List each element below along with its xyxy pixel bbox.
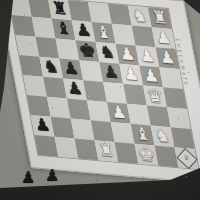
- captured-black-pawn: ♟: [21, 168, 35, 187]
- black-pawn: ♟: [65, 78, 84, 99]
- black-bishop: ♝: [54, 18, 73, 39]
- chess-board: ♜♞♜♝♟♝♟♚♞♟♟♟♞♟♟♟♟♟♛♟♟♝♞♜♚♕ CHECKMATE: [0, 0, 200, 185]
- square-h7[interactable]: ♟: [152, 27, 176, 49]
- black-knight: ♞: [98, 41, 117, 62]
- white-queen: ♛: [144, 85, 165, 107]
- black-king: ♚: [77, 39, 98, 61]
- square-h1[interactable]: ♕: [175, 147, 199, 169]
- white-pawn: ♟: [138, 45, 157, 66]
- white-king: ♚: [136, 143, 157, 165]
- square-h2[interactable]: [171, 127, 195, 149]
- board-grid: ♜♞♜♝♟♝♟♚♞♟♟♟♞♟♟♟♟♟♛♟♟♝♞♜♚♕: [7, 0, 200, 170]
- black-pawn: ♟: [101, 61, 120, 82]
- white-bishop: ♝: [94, 21, 113, 42]
- black-knight: ♞: [41, 56, 60, 77]
- captured-black-pawn: ♟: [45, 166, 59, 185]
- white-knight: ♞: [130, 5, 149, 26]
- square-h4[interactable]: [163, 87, 187, 109]
- square-h5[interactable]: [159, 67, 183, 89]
- chessboard-photo: ♜♞♜♝♟♝♟♚♞♟♟♟♞♟♟♟♟♟♛♟♟♝♞♜♚♕ CHECKMATE ♟♟: [0, 0, 200, 200]
- white-pawn: ♟: [121, 63, 140, 84]
- square-h6[interactable]: ♟: [156, 47, 180, 69]
- white-knight: ♞: [153, 125, 172, 146]
- white-pawn: ♟: [154, 26, 173, 47]
- square-h3[interactable]: [167, 107, 191, 129]
- board-logo-icon: ♕: [176, 147, 197, 168]
- white-rook: ♜: [150, 6, 169, 27]
- black-pawn: ♟: [61, 58, 80, 79]
- white-pawn: ♟: [158, 46, 177, 67]
- white-pawn: ♟: [109, 101, 128, 122]
- square-h8[interactable]: ♜: [148, 7, 172, 29]
- white-pawn: ♟: [118, 43, 137, 64]
- black-rook: ♜: [50, 0, 69, 19]
- white-rook: ♜: [97, 139, 116, 160]
- black-pawn: ♟: [33, 114, 52, 135]
